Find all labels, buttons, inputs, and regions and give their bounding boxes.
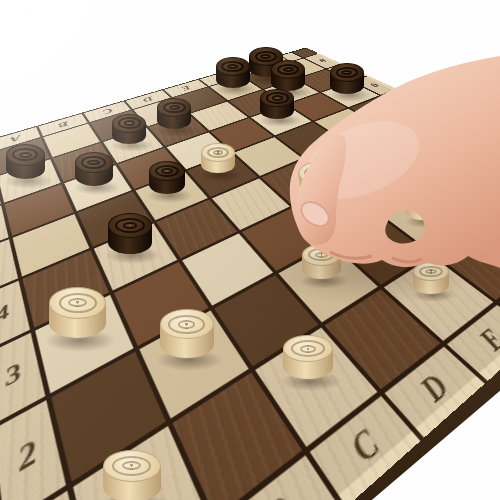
light-piece-a1[interactable]	[103, 450, 161, 500]
light-piece-c1[interactable]	[283, 335, 333, 380]
dark-piece-a7[interactable]	[6, 144, 45, 179]
dark-piece-b6[interactable]	[75, 152, 113, 186]
piece-top	[49, 287, 106, 319]
piece-top	[75, 152, 113, 173]
dark-piece-b4[interactable]	[108, 213, 153, 253]
piece-top	[201, 143, 235, 162]
dark-piece-f6[interactable]	[260, 89, 294, 120]
scene: ABCDEFGH8877665544332211ABCDEFGH	[0, 0, 500, 500]
piece-top	[6, 144, 45, 166]
piece-top	[103, 450, 161, 482]
frame-label-text: 4	[0, 300, 11, 327]
frame-label-text: 8	[316, 58, 330, 64]
light-piece-d5[interactable]	[201, 143, 235, 174]
piece-top	[216, 57, 250, 76]
frame-label-text: 6	[366, 82, 382, 89]
frame-label-text: C	[343, 422, 388, 473]
frame-label-text: 2	[16, 433, 41, 480]
dark-piece-f8[interactable]	[216, 57, 250, 88]
frame-label-text: 5	[0, 255, 2, 277]
dark-piece-c5[interactable]	[149, 161, 186, 194]
piece-top	[283, 335, 333, 363]
hand-shadow	[255, 235, 485, 305]
dark-piece-h6[interactable]	[330, 63, 364, 94]
dark-piece-d7[interactable]	[157, 98, 191, 129]
dark-piece-g7[interactable]	[271, 60, 305, 91]
piece-top	[330, 63, 364, 82]
frame-label-text: D	[413, 368, 458, 410]
frame-label-text: 3	[3, 358, 24, 393]
piece-top	[160, 309, 214, 339]
dark-piece-c7[interactable]	[112, 114, 146, 145]
frame-label-text: A	[8, 133, 22, 144]
frame-label-text: D	[141, 95, 156, 103]
frame-label-text: 4	[432, 112, 452, 121]
frame-label-text: B	[56, 120, 70, 130]
frame-label-text: B	[258, 487, 304, 500]
light-piece-a3[interactable]	[49, 287, 106, 338]
frame-label-text: 5	[397, 96, 415, 104]
frame-label-text: 3	[472, 131, 495, 142]
held-light-piece-d3[interactable]	[297, 159, 338, 197]
piece-top	[406, 190, 440, 209]
light-piece-b2[interactable]	[160, 309, 214, 357]
piece-top	[112, 114, 146, 133]
frame-label-text: E	[178, 84, 192, 92]
frame-label-text: E	[472, 323, 500, 358]
light-piece-f2[interactable]	[406, 190, 440, 221]
